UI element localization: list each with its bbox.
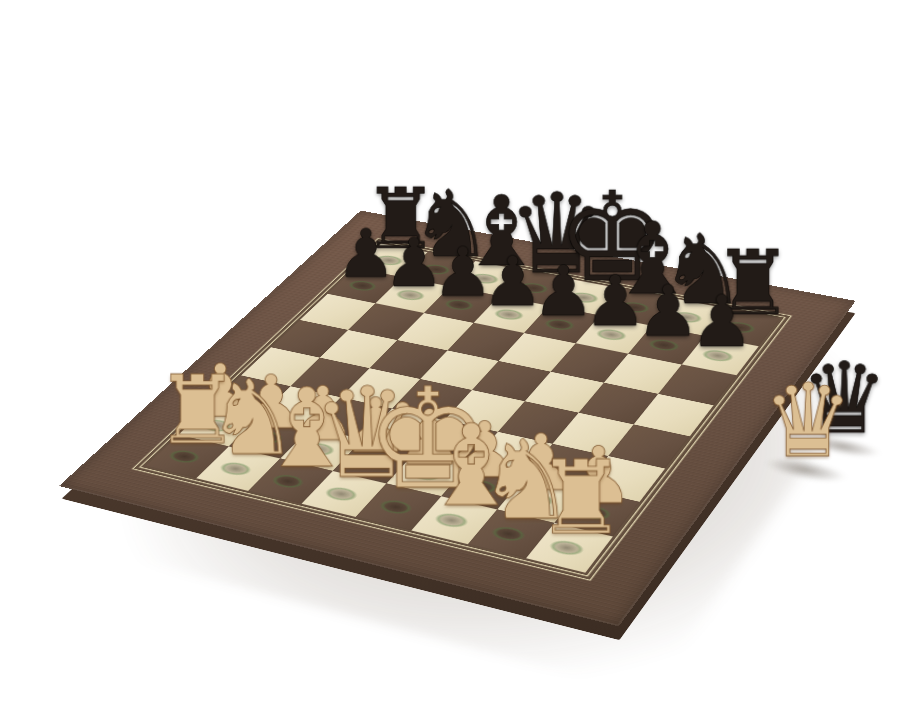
piece-contact-shadow [611,297,659,316]
square-e4 [444,390,524,432]
piece-contact-shadow [485,305,533,324]
spare-white-queen: ♛ [760,370,855,472]
black-knight-g8: ♞ [660,222,717,319]
playing-field: ♜♞♝♛♚♝♞♜♟♟♟♟♟♟♟♟♟♟♟♟♟♟♟♟♜♞♝♛♚♝♞♜ [145,243,780,572]
piece-contact-shadow [210,457,262,481]
piece-contact-shadow [339,276,385,295]
piece-contact-shadow [454,474,507,498]
piece-contact-shadow [539,534,594,561]
piece-contact-shadow [191,414,242,436]
chess-set-product-photo: ♜♞♝♛♚♝♞♜♟♟♟♟♟♟♟♟♟♟♟♟♟♟♟♟♜♞♝♛♚♝♞♜ ♛ ♛ [0,0,900,720]
piece-contact-shadow [510,278,557,297]
piece-contact-shadow [436,295,483,314]
piece-contact-shadow [693,345,742,366]
piece-contact-shadow [587,324,636,344]
piece-contact-shadow [293,437,345,460]
piece-contact-shadow [461,269,508,287]
piece-contact-shadow [663,307,711,327]
piece-contact-shadow [159,445,211,468]
piece-contact-shadow [560,288,607,307]
piece-contact-shadow [510,487,564,512]
square-d4 [392,379,472,420]
black-king-e8: ♚ [557,176,613,299]
chess-board-3d-scene: ♜♞♝♛♚♝♞♜♟♟♟♟♟♟♟♟♟♟♟♟♟♟♟♟♜♞♝♛♚♝♞♜ ♛ ♛ [59,211,856,627]
piece-contact-shadow [399,462,452,486]
black-rook-a8: ♜ [363,178,417,262]
piece-contact-shadow [536,314,584,334]
square-c4 [341,368,420,408]
piece-contact-shadow [346,449,398,473]
piece-contact-shadow [424,507,478,532]
piece-contact-shadow [387,286,434,305]
piece-contact-shadow [315,482,368,507]
black-rook-h8: ♜ [712,239,770,329]
square-a3 [210,375,290,415]
piece-contact-shadow [366,251,412,269]
piece-contact-shadow [369,494,423,519]
piece-contact-shadow [567,500,621,525]
piece-contact-shadow [413,260,459,278]
piece-contact-shadow [716,317,765,337]
piece-contact-shadow [639,335,688,356]
piece-contact-shadow [242,426,293,449]
piece-contact-shadow [481,521,536,547]
piece-contact-shadow [262,469,315,493]
